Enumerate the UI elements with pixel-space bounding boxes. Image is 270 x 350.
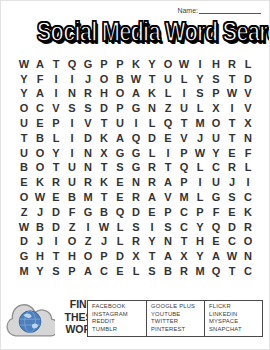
grid-cell-r4c2[interactable]: C — [32, 101, 48, 116]
grid-cell-r8c7[interactable]: S — [112, 161, 128, 176]
grid-cell-r8c8[interactable]: G — [128, 161, 144, 176]
name-label: Name: — [177, 7, 198, 14]
grid-cell-r10c4[interactable]: B — [64, 190, 80, 205]
word-list-item: PINTEREST — [151, 326, 204, 334]
grid-cell-r10c11[interactable]: M — [176, 190, 192, 205]
grid-cell-r9c11[interactable]: P — [176, 175, 192, 190]
grid-cell-r15c10[interactable]: B — [160, 264, 176, 279]
grid-cell-r7c4[interactable]: I — [64, 146, 80, 161]
grid-cell-r2c1[interactable]: Y — [16, 72, 32, 87]
grid-cell-r4c3[interactable]: V — [48, 101, 64, 116]
grid-cell-r7c12[interactable]: W — [192, 146, 208, 161]
grid-cell-r5c6[interactable]: T — [96, 116, 112, 131]
grid-cell-r8c4[interactable]: U — [64, 161, 80, 176]
grid-cell-r15c7[interactable]: E — [112, 264, 128, 279]
grid-cell-r5c10[interactable]: Q — [160, 116, 176, 131]
grid-cell-r12c13[interactable]: Q — [208, 220, 224, 235]
grid-cell-r8c3[interactable]: T — [48, 161, 64, 176]
grid-cell-r1c4[interactable]: Q — [64, 57, 80, 72]
grid-cell-r15c2[interactable]: Y — [32, 264, 48, 279]
word-list-item: SNAPCHAT — [209, 326, 262, 334]
grid-cell-r14c1[interactable]: G — [16, 249, 32, 264]
grid-cell-r15c4[interactable]: P — [64, 264, 80, 279]
grid-cell-r9c8[interactable]: N — [128, 175, 144, 190]
grid-cell-r12c12[interactable]: Y — [192, 220, 208, 235]
grid-cell-r12c11[interactable]: C — [176, 220, 192, 235]
grid-cell-r3c15[interactable]: V — [240, 87, 256, 102]
grid-cell-r11c3[interactable]: D — [48, 205, 64, 220]
cloud-globe-icon — [5, 299, 55, 341]
grid-cell-r8c10[interactable]: T — [160, 161, 176, 176]
grid-cell-r3c12[interactable]: S — [192, 87, 208, 102]
grid-cell-r4c4[interactable]: S — [64, 101, 80, 116]
grid-cell-r4c5[interactable]: S — [80, 101, 96, 116]
grid-cell-r11c13[interactable]: F — [208, 205, 224, 220]
grid-cell-r9c12[interactable]: I — [192, 175, 208, 190]
grid-cell-r5c4[interactable]: I — [64, 116, 80, 131]
grid-cell-r13c11[interactable]: T — [176, 235, 192, 250]
grid-cell-r15c1[interactable]: M — [16, 264, 32, 279]
grid-cell-r14c6[interactable]: P — [96, 249, 112, 264]
grid-cell-r4c9[interactable]: N — [144, 101, 160, 116]
grid-cell-r10c13[interactable]: G — [208, 190, 224, 205]
grid-cell-r1c1[interactable]: W — [16, 57, 32, 72]
grid-cell-r10c7[interactable]: E — [112, 190, 128, 205]
grid-cell-r15c6[interactable]: C — [96, 264, 112, 279]
grid-cell-r8c13[interactable]: C — [208, 161, 224, 176]
grid-cell-r1c10[interactable]: O — [160, 57, 176, 72]
grid-cell-r2c4[interactable]: I — [64, 72, 80, 87]
grid-cell-r6c1[interactable]: T — [16, 131, 32, 146]
grid-cell-r3c4[interactable]: N — [64, 87, 80, 102]
grid-cell-r5c12[interactable]: M — [192, 116, 208, 131]
grid-cell-r1c6[interactable]: P — [96, 57, 112, 72]
grid-cell-r8c6[interactable]: T — [96, 161, 112, 176]
grid-cell-r13c9[interactable]: Y — [144, 235, 160, 250]
grid-cell-r13c5[interactable]: Z — [80, 235, 96, 250]
grid-cell-r1c12[interactable]: I — [192, 57, 208, 72]
grid-cell-r14c3[interactable]: T — [48, 249, 64, 264]
grid-cell-r5c3[interactable]: P — [48, 116, 64, 131]
grid-cell-r14c7[interactable]: D — [112, 249, 128, 264]
grid-cell-r13c4[interactable]: O — [64, 235, 80, 250]
grid-cell-r1c15[interactable]: L — [240, 57, 256, 72]
grid-cell-r3c14[interactable]: W — [224, 87, 240, 102]
grid-cell-r7c6[interactable]: X — [96, 146, 112, 161]
word-list-item: FACEBOOK — [92, 303, 146, 311]
grid-cell-r2c12[interactable]: Y — [192, 72, 208, 87]
grid-cell-r9c3[interactable]: R — [48, 175, 64, 190]
grid-cell-r12c7[interactable]: L — [112, 220, 128, 235]
grid-cell-r13c10[interactable]: N — [160, 235, 176, 250]
grid-cell-r14c13[interactable]: A — [208, 249, 224, 264]
grid-cell-r11c9[interactable]: E — [144, 205, 160, 220]
grid-cell-r6c14[interactable]: T — [224, 131, 240, 146]
grid-cell-r2c3[interactable]: I — [48, 72, 64, 87]
grid-cell-r5c13[interactable]: O — [208, 116, 224, 131]
word-list-item: INSTAGRAM — [92, 311, 146, 319]
grid-cell-r4c6[interactable]: D — [96, 101, 112, 116]
grid-cell-r4c8[interactable]: G — [128, 101, 144, 116]
page-title: Social Media Word Search — [37, 16, 270, 48]
grid-cell-r9c6[interactable]: K — [96, 175, 112, 190]
grid-cell-r9c5[interactable]: R — [80, 175, 96, 190]
grid-cell-r4c10[interactable]: Z — [160, 101, 176, 116]
grid-cell-r6c10[interactable]: E — [160, 131, 176, 146]
grid-cell-r11c15[interactable]: K — [240, 205, 256, 220]
grid-cell-r1c13[interactable]: H — [208, 57, 224, 72]
grid-cell-r12c10[interactable]: S — [160, 220, 176, 235]
grid-cell-r5c9[interactable]: L — [144, 116, 160, 131]
grid-cell-r2c15[interactable]: D — [240, 72, 256, 87]
word-list-box: FACEBOOKINSTAGRAMREDDITTUMBLRGOOGLE PLUS… — [87, 300, 263, 337]
letter-grid: WATQGPPKYOWIHRLYFIIJOBWTULYSTDYAINRHOAKL… — [16, 57, 256, 279]
grid-cell-r3c8[interactable]: A — [128, 87, 144, 102]
grid-cell-r12c1[interactable]: W — [16, 220, 32, 235]
grid-cell-r1c14[interactable]: R — [224, 57, 240, 72]
grid-cell-r9c1[interactable]: E — [16, 175, 32, 190]
grid-cell-r9c14[interactable]: J — [224, 175, 240, 190]
grid-cell-r5c11[interactable]: T — [176, 116, 192, 131]
grid-cell-r10c8[interactable]: R — [128, 190, 144, 205]
grid-cell-r2c11[interactable]: L — [176, 72, 192, 87]
grid-cell-r13c2[interactable]: J — [32, 235, 48, 250]
grid-cell-r9c4[interactable]: U — [64, 175, 80, 190]
grid-cell-r12c9[interactable]: I — [144, 220, 160, 235]
grid-cell-r3c7[interactable]: O — [112, 87, 128, 102]
grid-cell-r13c7[interactable]: L — [112, 235, 128, 250]
grid-cell-r13c6[interactable]: J — [96, 235, 112, 250]
grid-cell-r15c3[interactable]: S — [48, 264, 64, 279]
grid-cell-r10c14[interactable]: S — [224, 190, 240, 205]
grid-cell-r6c9[interactable]: D — [144, 131, 160, 146]
grid-cell-r11c1[interactable]: Z — [16, 205, 32, 220]
grid-cell-r12c6[interactable]: W — [96, 220, 112, 235]
grid-cell-r6c2[interactable]: B — [32, 131, 48, 146]
grid-cell-r14c10[interactable]: A — [160, 249, 176, 264]
grid-cell-r10c10[interactable]: V — [160, 190, 176, 205]
grid-cell-r4c13[interactable]: X — [208, 101, 224, 116]
grid-cell-r13c12[interactable]: H — [192, 235, 208, 250]
grid-cell-r14c5[interactable]: O — [80, 249, 96, 264]
grid-cell-r8c12[interactable]: L — [192, 161, 208, 176]
grid-cell-r12c5[interactable]: I — [80, 220, 96, 235]
grid-cell-r7c15[interactable]: F — [240, 146, 256, 161]
grid-cell-r15c15[interactable]: C — [240, 264, 256, 279]
grid-cell-r11c8[interactable]: D — [128, 205, 144, 220]
grid-cell-r2c7[interactable]: B — [112, 72, 128, 87]
grid-cell-r14c4[interactable]: H — [64, 249, 80, 264]
grid-cell-r10c3[interactable]: E — [48, 190, 64, 205]
grid-cell-r2c8[interactable]: W — [128, 72, 144, 87]
word-list-column-2: GOOGLE PLUSYOUTUBETWITTERPINTEREST — [146, 301, 204, 336]
grid-cell-r12c4[interactable]: Z — [64, 220, 80, 235]
grid-cell-r13c1[interactable]: D — [16, 235, 32, 250]
grid-cell-r5c15[interactable]: X — [240, 116, 256, 131]
grid-cell-r12c8[interactable]: S — [128, 220, 144, 235]
grid-cell-r8c2[interactable]: O — [32, 161, 48, 176]
grid-cell-r2c10[interactable]: U — [160, 72, 176, 87]
grid-cell-r3c5[interactable]: R — [80, 87, 96, 102]
grid-cell-r12c15[interactable]: R — [240, 220, 256, 235]
grid-cell-r13c3[interactable]: I — [48, 235, 64, 250]
grid-cell-r7c13[interactable]: Y — [208, 146, 224, 161]
grid-cell-r7c3[interactable]: Y — [48, 146, 64, 161]
grid-cell-r1c5[interactable]: G — [80, 57, 96, 72]
grid-cell-r6c7[interactable]: A — [112, 131, 128, 146]
name-row: Name: — [177, 5, 261, 14]
grid-cell-r15c12[interactable]: M — [192, 264, 208, 279]
name-blank-line[interactable] — [199, 5, 261, 14]
grid-cell-r9c2[interactable]: K — [32, 175, 48, 190]
grid-cell-r11c10[interactable]: P — [160, 205, 176, 220]
grid-cell-r5c8[interactable]: I — [128, 116, 144, 131]
grid-cell-r4c1[interactable]: O — [16, 101, 32, 116]
grid-cell-r12c3[interactable]: D — [48, 220, 64, 235]
grid-cell-r11c12[interactable]: P — [192, 205, 208, 220]
grid-cell-r11c7[interactable]: Q — [112, 205, 128, 220]
grid-cell-r6c3[interactable]: L — [48, 131, 64, 146]
grid-cell-r10c9[interactable]: A — [144, 190, 160, 205]
grid-cell-r13c13[interactable]: E — [208, 235, 224, 250]
grid-cell-r5c7[interactable]: U — [112, 116, 128, 131]
grid-cell-r7c7[interactable]: G — [112, 146, 128, 161]
grid-cell-r8c15[interactable]: L — [240, 161, 256, 176]
grid-cell-r10c6[interactable]: T — [96, 190, 112, 205]
grid-cell-r11c6[interactable]: B — [96, 205, 112, 220]
grid-cell-r7c2[interactable]: O — [32, 146, 48, 161]
grid-cell-r9c10[interactable]: A — [160, 175, 176, 190]
grid-cell-r6c12[interactable]: J — [192, 131, 208, 146]
grid-cell-r15c9[interactable]: S — [144, 264, 160, 279]
grid-cell-r14c9[interactable]: T — [144, 249, 160, 264]
word-list-item: FLICKR — [209, 303, 262, 311]
grid-cell-r3c13[interactable]: P — [208, 87, 224, 102]
grid-cell-r1c7[interactable]: P — [112, 57, 128, 72]
grid-cell-r3c9[interactable]: K — [144, 87, 160, 102]
grid-cell-r10c12[interactable]: L — [192, 190, 208, 205]
grid-cell-r3c1[interactable]: Y — [16, 87, 32, 102]
grid-cell-r1c3[interactable]: T — [48, 57, 64, 72]
grid-cell-r6c6[interactable]: K — [96, 131, 112, 146]
grid-cell-r7c1[interactable]: U — [16, 146, 32, 161]
grid-cell-r1c11[interactable]: W — [176, 57, 192, 72]
grid-cell-r10c2[interactable]: W — [32, 190, 48, 205]
grid-cell-r8c11[interactable]: Q — [176, 161, 192, 176]
grid-cell-r10c15[interactable]: C — [240, 190, 256, 205]
grid-cell-r1c8[interactable]: K — [128, 57, 144, 72]
grid-cell-r14c15[interactable]: N — [240, 249, 256, 264]
grid-cell-r15c14[interactable]: T — [224, 264, 240, 279]
word-list-column-1: FACEBOOKINSTAGRAMREDDITTUMBLR — [88, 301, 146, 336]
bottom-panel: FIND THESE WORD FACEBOOKINSTAGRAMREDDITT… — [1, 295, 270, 347]
word-list-item: LINKEDIN — [209, 311, 262, 319]
word-list-item: TWITTER — [151, 318, 204, 326]
grid-cell-r8c9[interactable]: R — [144, 161, 160, 176]
grid-cell-r2c6[interactable]: O — [96, 72, 112, 87]
grid-cell-r2c14[interactable]: T — [224, 72, 240, 87]
grid-cell-r15c8[interactable]: L — [128, 264, 144, 279]
grid-cell-r7c11[interactable]: P — [176, 146, 192, 161]
grid-cell-r3c11[interactable]: I — [176, 87, 192, 102]
grid-cell-r11c5[interactable]: G — [80, 205, 96, 220]
grid-cell-r6c15[interactable]: N — [240, 131, 256, 146]
grid-cell-r9c13[interactable]: U — [208, 175, 224, 190]
grid-cell-r13c14[interactable]: C — [224, 235, 240, 250]
grid-cell-r1c9[interactable]: Y — [144, 57, 160, 72]
grid-cell-r5c2[interactable]: E — [32, 116, 48, 131]
word-list-column-3: FLICKRLINKEDINMYSPACESNAPCHAT — [204, 301, 262, 336]
grid-cell-r9c15[interactable]: I — [240, 175, 256, 190]
grid-cell-r6c13[interactable]: U — [208, 131, 224, 146]
grid-cell-r8c1[interactable]: B — [16, 161, 32, 176]
word-list-item: REDDIT — [92, 318, 146, 326]
grid-cell-r7c8[interactable]: G — [128, 146, 144, 161]
grid-cell-r14c14[interactable]: W — [224, 249, 240, 264]
grid-cell-r7c5[interactable]: N — [80, 146, 96, 161]
grid-cell-r6c4[interactable]: I — [64, 131, 80, 146]
title-wrap: Social Media Word Search — [1, 16, 270, 48]
grid-cell-r14c11[interactable]: X — [176, 249, 192, 264]
grid-cell-r4c14[interactable]: I — [224, 101, 240, 116]
word-list-item: MYSPACE — [209, 318, 262, 326]
grid-cell-r3c3[interactable]: I — [48, 87, 64, 102]
grid-cell-r4c7[interactable]: P — [112, 101, 128, 116]
grid-cell-r7c10[interactable]: I — [160, 146, 176, 161]
grid-cell-r9c7[interactable]: E — [112, 175, 128, 190]
grid-cell-r10c1[interactable]: O — [16, 190, 32, 205]
grid-cell-r11c4[interactable]: F — [64, 205, 80, 220]
grid-cell-r1c2[interactable]: A — [32, 57, 48, 72]
grid-cell-r2c2[interactable]: F — [32, 72, 48, 87]
grid-cell-r6c8[interactable]: Q — [128, 131, 144, 146]
grid-cell-r5c5[interactable]: V — [80, 116, 96, 131]
grid-cell-r3c2[interactable]: A — [32, 87, 48, 102]
grid-cell-r15c13[interactable]: Q — [208, 264, 224, 279]
word-list-item: TUMBLR — [92, 326, 146, 334]
grid-cell-r4c11[interactable]: U — [176, 101, 192, 116]
grid-cell-r10c5[interactable]: M — [80, 190, 96, 205]
grid-cell-r6c5[interactable]: D — [80, 131, 96, 146]
grid-cell-r11c11[interactable]: C — [176, 205, 192, 220]
grid-cell-r13c8[interactable]: R — [128, 235, 144, 250]
grid-cell-r8c14[interactable]: R — [224, 161, 240, 176]
grid-cell-r6c11[interactable]: V — [176, 131, 192, 146]
grid-cell-r4c12[interactable]: L — [192, 101, 208, 116]
grid-cell-r3c10[interactable]: L — [160, 87, 176, 102]
grid-cell-r3c6[interactable]: H — [96, 87, 112, 102]
grid-cell-r2c9[interactable]: T — [144, 72, 160, 87]
grid-cell-r7c14[interactable]: E — [224, 146, 240, 161]
grid-cell-r9c9[interactable]: R — [144, 175, 160, 190]
grid-cell-r7c9[interactable]: L — [144, 146, 160, 161]
grid-cell-r8c5[interactable]: N — [80, 161, 96, 176]
grid-cell-r2c5[interactable]: J — [80, 72, 96, 87]
grid-cell-r5c1[interactable]: U — [16, 116, 32, 131]
grid-cell-r15c11[interactable]: R — [176, 264, 192, 279]
word-list-item: YOUTUBE — [151, 311, 204, 319]
word-list-item: GOOGLE PLUS — [151, 303, 204, 311]
grid-cell-r4c15[interactable]: V — [240, 101, 256, 116]
grid-cell-r14c2[interactable]: H — [32, 249, 48, 264]
grid-cell-r13c15[interactable]: O — [240, 235, 256, 250]
grid-cell-r5c14[interactable]: T — [224, 116, 240, 131]
grid-cell-r14c12[interactable]: Y — [192, 249, 208, 264]
grid-cell-r12c2[interactable]: B — [32, 220, 48, 235]
grid-cell-r2c13[interactable]: S — [208, 72, 224, 87]
grid-cell-r11c2[interactable]: J — [32, 205, 48, 220]
grid-cell-r15c5[interactable]: A — [80, 264, 96, 279]
grid-cell-r11c14[interactable]: E — [224, 205, 240, 220]
grid-cell-r12c14[interactable]: D — [224, 220, 240, 235]
grid-cell-r14c8[interactable]: X — [128, 249, 144, 264]
